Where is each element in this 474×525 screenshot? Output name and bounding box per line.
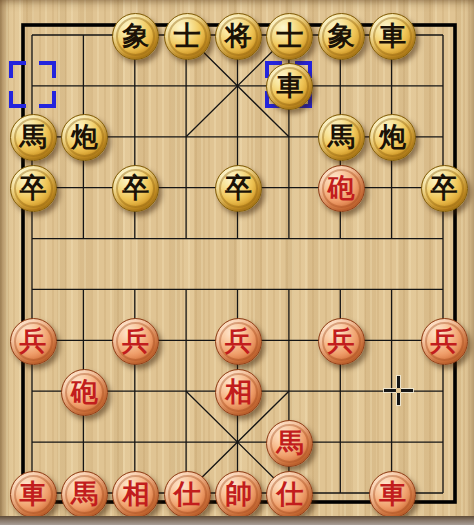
piece-red-advisor[interactable]: 仕 xyxy=(164,471,211,518)
piece-black-king[interactable]: 将 xyxy=(215,13,262,60)
piece-red-elephant[interactable]: 相 xyxy=(112,471,159,518)
piece-red-pawn[interactable]: 兵 xyxy=(215,318,262,365)
piece-red-elephant[interactable]: 相 xyxy=(215,369,262,416)
xiangqi-board[interactable]: 象士将士象車車馬炮馬炮卒卒卒砲卒兵兵兵兵兵砲相馬車馬相仕帥仕車 xyxy=(0,0,474,525)
piece-black-pawn[interactable]: 卒 xyxy=(421,165,468,212)
piece-red-advisor[interactable]: 仕 xyxy=(266,471,313,518)
bracket-corner xyxy=(39,61,56,78)
piece-red-pawn[interactable]: 兵 xyxy=(112,318,159,365)
piece-black-horse[interactable]: 馬 xyxy=(10,114,57,161)
board-grid-lines xyxy=(0,0,474,525)
file-lines xyxy=(32,35,443,493)
piece-black-cannon[interactable]: 炮 xyxy=(61,114,108,161)
piece-black-horse[interactable]: 馬 xyxy=(318,114,365,161)
piece-red-horse[interactable]: 馬 xyxy=(266,420,313,467)
piece-black-pawn[interactable]: 卒 xyxy=(215,165,262,212)
piece-red-pawn[interactable]: 兵 xyxy=(10,318,57,365)
piece-red-king[interactable]: 帥 xyxy=(215,471,262,518)
piece-red-pawn[interactable]: 兵 xyxy=(318,318,365,365)
piece-red-pawn[interactable]: 兵 xyxy=(421,318,468,365)
piece-red-cannon[interactable]: 砲 xyxy=(318,165,365,212)
last-move-from-marker xyxy=(9,61,56,108)
bracket-corner xyxy=(9,91,26,108)
crosshair-center-gap xyxy=(396,388,401,393)
board-outer-frame xyxy=(23,25,455,502)
bracket-corner xyxy=(9,61,26,78)
piece-black-advisor[interactable]: 士 xyxy=(266,13,313,60)
bracket-corner xyxy=(39,91,56,108)
piece-black-elephant[interactable]: 象 xyxy=(112,13,159,60)
board-bottom-edge xyxy=(0,516,474,525)
piece-red-rook[interactable]: 車 xyxy=(369,471,416,518)
piece-black-pawn[interactable]: 卒 xyxy=(10,165,57,212)
piece-red-horse[interactable]: 馬 xyxy=(61,471,108,518)
piece-black-elephant[interactable]: 象 xyxy=(318,13,365,60)
piece-black-rook[interactable]: 車 xyxy=(369,13,416,60)
piece-black-advisor[interactable]: 士 xyxy=(164,13,211,60)
piece-red-cannon[interactable]: 砲 xyxy=(61,369,108,416)
piece-red-rook[interactable]: 車 xyxy=(10,471,57,518)
